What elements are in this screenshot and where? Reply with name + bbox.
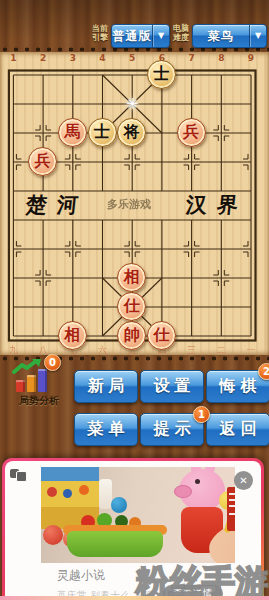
file-number-top: 4 xyxy=(99,53,105,63)
engine-dropdown-value: 普通版 xyxy=(112,28,152,45)
river-text-han: 汉 xyxy=(185,191,209,219)
engine-dropdown[interactable]: 普通版 ▼ xyxy=(111,24,170,48)
piece-red-相[interactable]: 相 xyxy=(58,321,87,350)
vegetable-cart-toy xyxy=(63,519,167,559)
file-number-top: 3 xyxy=(70,53,76,63)
undo-badge: 2 xyxy=(258,363,269,380)
chevron-down-icon[interactable]: ▼ xyxy=(152,25,169,47)
back-button[interactable]: 返回 xyxy=(206,413,269,446)
file-number-top: 2 xyxy=(40,53,46,63)
bottom-gradient-strip xyxy=(0,596,269,600)
piece-red-兵[interactable]: 兵 xyxy=(28,147,57,176)
analysis-label: 局势分析 xyxy=(4,394,74,408)
file-number-top: 7 xyxy=(188,53,194,63)
river-text-jie: 界 xyxy=(216,191,240,219)
up-arrow-icon xyxy=(12,358,42,376)
file-number-top: 1 xyxy=(10,53,16,63)
piece-red-馬[interactable]: 馬 xyxy=(58,118,87,147)
piece-red-仕[interactable]: 仕 xyxy=(117,292,146,321)
pig-snout xyxy=(174,485,192,498)
piece-red-帥[interactable]: 帥 xyxy=(117,321,146,350)
difficulty-dropdown[interactable]: 菜鸟 ▼ xyxy=(192,24,267,48)
file-number-top: 5 xyxy=(129,53,135,63)
red-vertical-label xyxy=(227,487,235,531)
analysis-badge: 0 xyxy=(44,354,61,371)
blue-ball-toy xyxy=(111,497,127,513)
ad-video-thumbnail[interactable] xyxy=(41,467,235,563)
hint-badge: 1 xyxy=(193,406,210,423)
chevron-down-icon[interactable]: ▼ xyxy=(249,25,266,47)
difficulty-dropdown-value: 菜鸟 xyxy=(193,28,249,45)
river-text-he: 河 xyxy=(56,191,80,219)
control-bar: 0 局势分析 新局 设置 悔棋 2 菜单 提示 1 返回 xyxy=(0,355,269,443)
piece-red-相[interactable]: 相 xyxy=(117,263,146,292)
river-text-chu: 楚 xyxy=(25,191,49,219)
app-screen: 当前 引擎 普通版 ▼ 电脑 难度 菜鸟 ▼ 123456789 九八七六五四三… xyxy=(0,0,269,600)
pig-eye xyxy=(195,479,200,484)
piece-black-将[interactable]: 将 xyxy=(117,118,146,147)
red-toy xyxy=(43,525,63,545)
site-watermark: 粉丝手游网 xyxy=(136,560,269,600)
difficulty-label: 电脑 难度 xyxy=(171,24,191,42)
piece-red-兵[interactable]: 兵 xyxy=(177,118,206,147)
analysis-button[interactable]: 0 局势分析 xyxy=(10,358,62,410)
settings-button[interactable]: 设置 xyxy=(140,370,204,403)
menu-button[interactable]: 菜单 xyxy=(74,413,138,446)
piece-black-士[interactable]: 士 xyxy=(147,60,176,89)
ad-title[interactable]: 灵越小说 xyxy=(57,567,105,584)
ad-badge-icon xyxy=(10,469,26,480)
file-number-top: 9 xyxy=(248,53,254,63)
xiangqi-board[interactable]: 123456789 九八七六五四三二一 楚 河 多乐游戏 汉 界 士馬士将兵兵相… xyxy=(0,52,269,355)
close-icon[interactable]: ✕ xyxy=(234,471,253,490)
engine-label: 当前 引擎 xyxy=(90,24,110,42)
piece-red-仕[interactable]: 仕 xyxy=(147,321,176,350)
new-game-button[interactable]: 新局 xyxy=(74,370,138,403)
piece-black-士[interactable]: 士 xyxy=(88,118,117,147)
move-sparkle-effect: ✳ xyxy=(126,95,139,113)
file-number-top: 8 xyxy=(218,53,224,63)
top-bar: 当前 引擎 普通版 ▼ 电脑 难度 菜鸟 ▼ xyxy=(0,0,269,52)
river-watermark: 多乐游戏 xyxy=(107,197,151,212)
